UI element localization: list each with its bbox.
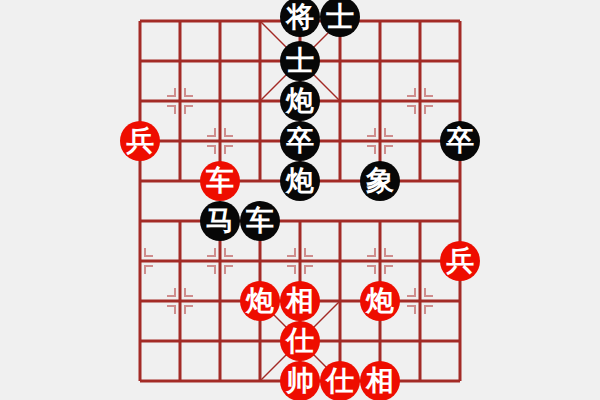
piece-red-c4r7[interactable]: 相 <box>280 281 320 321</box>
piece-red-c4r8[interactable]: 仕 <box>280 321 320 361</box>
xiangqi-board: 将士士炮兵卒卒车炮象马车兵炮相炮仕帅仕相 <box>0 0 600 400</box>
piece-red-c8r6[interactable]: 兵 <box>440 241 480 281</box>
piece-red-c6r9[interactable]: 相 <box>360 361 400 400</box>
piece-black-c5r0[interactable]: 士 <box>320 0 360 37</box>
piece-red-c6r7[interactable]: 炮 <box>360 281 400 321</box>
piece-red-c5r9[interactable]: 仕 <box>320 361 360 400</box>
piece-red-c3r7[interactable]: 炮 <box>240 281 280 321</box>
piece-red-c2r4[interactable]: 车 <box>200 161 240 201</box>
piece-red-c4r9[interactable]: 帅 <box>280 361 320 400</box>
piece-black-c4r0[interactable]: 将 <box>280 0 320 37</box>
piece-black-c2r5[interactable]: 马 <box>200 201 240 241</box>
piece-grid: 将士士炮兵卒卒车炮象马车兵炮相炮仕帅仕相 <box>120 1 480 400</box>
piece-black-c8r3[interactable]: 卒 <box>440 121 480 161</box>
piece-black-c4r4[interactable]: 炮 <box>280 161 320 201</box>
piece-black-c4r3[interactable]: 卒 <box>280 121 320 161</box>
piece-black-c4r1[interactable]: 士 <box>280 41 320 81</box>
piece-black-c4r2[interactable]: 炮 <box>280 81 320 121</box>
piece-black-c3r5[interactable]: 车 <box>240 201 280 241</box>
piece-red-c0r3[interactable]: 兵 <box>120 121 160 161</box>
piece-black-c6r4[interactable]: 象 <box>360 161 400 201</box>
